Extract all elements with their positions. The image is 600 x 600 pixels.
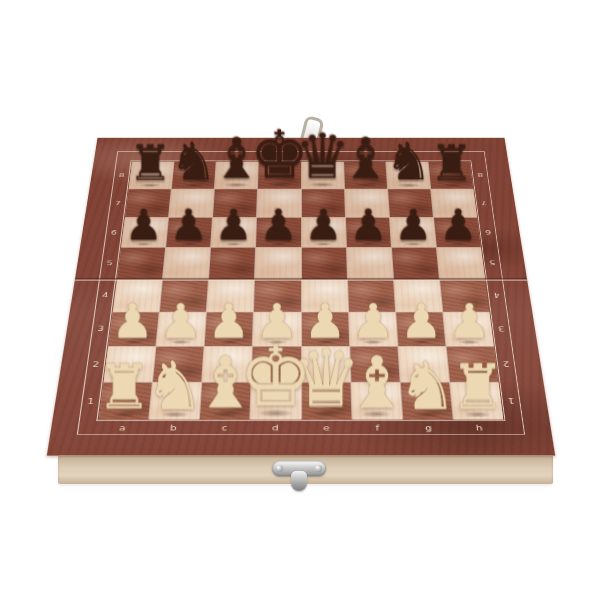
- square-f6: ♟: [346, 218, 391, 247]
- piece-white-pawn: ♟: [159, 297, 201, 344]
- square-e8: ♛: [301, 162, 343, 189]
- front-latch-icon: [272, 461, 326, 499]
- chess-board: abcdefgh8877665544332211 ♜♞♝♚♛♝♞♜♟♟♟♟♟♟♟…: [47, 138, 555, 456]
- piece-white-king: ♚: [239, 335, 313, 418]
- file-label-e: e: [302, 421, 352, 434]
- piece-white-rook: ♜: [96, 356, 151, 418]
- piece-black-knight: ♞: [385, 135, 432, 187]
- rank-right-label-7: 7: [475, 189, 493, 217]
- piece-white-pawn: ♟: [111, 297, 153, 344]
- piece-black-rook: ♜: [128, 139, 172, 188]
- rank-left-label-6: 6: [105, 218, 124, 247]
- piece-black-pawn: ♟: [169, 203, 207, 246]
- file-label-h: h: [454, 421, 505, 434]
- rank-right-label-8: 8: [472, 162, 490, 189]
- square-c5: [209, 248, 255, 279]
- rank-left-label-5: 5: [100, 248, 119, 279]
- rank-right-label-5: 5: [483, 248, 502, 279]
- square-g6: ♟: [390, 218, 436, 247]
- latch-screw-left: [276, 465, 283, 472]
- piece-black-pawn: ♟: [304, 203, 342, 246]
- square-h3: ♟: [443, 312, 494, 346]
- piece-black-pawn: ♟: [259, 203, 297, 246]
- piece-black-pawn: ♟: [124, 203, 162, 246]
- square-a8: ♜: [129, 162, 174, 189]
- piece-black-pawn: ♟: [440, 203, 478, 246]
- hinge-seam: [75, 278, 528, 281]
- product-photo-scene: abcdefgh8877665544332211 ♜♞♝♚♛♝♞♜♟♟♟♟♟♟♟…: [0, 0, 600, 600]
- file-label-b: b: [148, 421, 199, 434]
- square-d1: ♚: [251, 383, 301, 420]
- file-label-g: g: [403, 421, 454, 434]
- file-label-f: f: [352, 421, 402, 434]
- square-a3: ♟: [108, 312, 159, 346]
- piece-white-pawn: ♟: [449, 297, 491, 344]
- square-h6: ♟: [434, 218, 481, 247]
- rank-right-label-6: 6: [479, 218, 498, 247]
- board-grid: ♜♞♝♚♛♝♞♜♟♟♟♟♟♟♟♟♟♟♟♟♟♟♟♟♜♞♝♚♛♝♞♜: [99, 162, 504, 420]
- piece-white-rook: ♜: [451, 356, 506, 418]
- square-e6: ♟: [301, 218, 345, 247]
- square-f5: [347, 248, 393, 279]
- square-e5: [301, 248, 346, 279]
- piece-black-pawn: ♟: [395, 203, 433, 246]
- square-h5: [437, 248, 485, 279]
- piece-black-knight: ♞: [170, 135, 217, 187]
- square-b8: ♞: [172, 162, 216, 189]
- file-label-c: c: [199, 421, 249, 434]
- piece-white-pawn: ♟: [401, 297, 443, 344]
- rank-right-label-3: 3: [491, 312, 511, 345]
- square-c6: ♟: [211, 218, 256, 247]
- square-b5: [163, 248, 210, 279]
- latch-screw-right: [315, 465, 322, 472]
- square-a6: ♟: [121, 218, 168, 247]
- square-d5: [255, 248, 300, 279]
- square-g5: [392, 248, 439, 279]
- square-a1: ♜: [99, 383, 152, 420]
- latch-knob: [291, 471, 307, 491]
- square-a5: [117, 248, 165, 279]
- file-label-d: d: [250, 421, 300, 434]
- square-g8: ♞: [386, 162, 430, 189]
- square-h1: ♜: [450, 383, 503, 420]
- piece-black-rook: ♜: [430, 139, 474, 188]
- piece-black-pawn: ♟: [349, 203, 387, 246]
- file-label-a: a: [97, 421, 148, 434]
- square-h8: ♜: [428, 162, 473, 189]
- piece-black-queen: ♛: [295, 125, 351, 187]
- square-d6: ♟: [256, 218, 300, 247]
- square-b6: ♟: [166, 218, 212, 247]
- piece-black-pawn: ♟: [214, 203, 252, 246]
